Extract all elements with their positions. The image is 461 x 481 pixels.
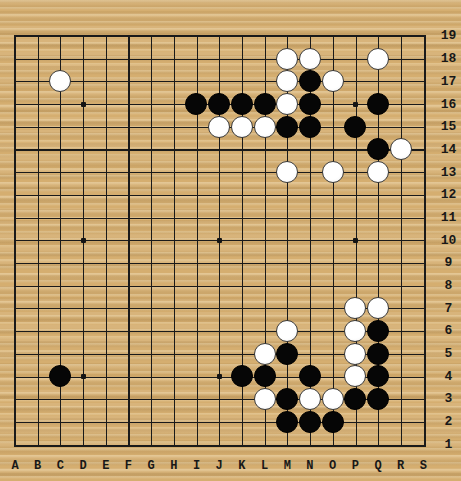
row-label-9: 9 — [436, 252, 461, 275]
black-stone-N2[interactable] — [299, 411, 321, 433]
row-label-18: 18 — [436, 47, 461, 70]
black-stone-M5[interactable] — [276, 343, 298, 365]
black-stone-N17[interactable] — [299, 70, 321, 92]
black-stone-J16[interactable] — [208, 93, 230, 115]
column-label-B: B — [26, 455, 49, 477]
column-label-Q: Q — [367, 455, 390, 477]
row-label-14: 14 — [436, 138, 461, 161]
black-stone-K4[interactable] — [231, 365, 253, 387]
white-stone-K15[interactable] — [231, 116, 253, 138]
black-stone-P3[interactable] — [344, 388, 366, 410]
row-label-19: 19 — [436, 25, 461, 48]
black-stone-Q14[interactable] — [367, 138, 389, 160]
black-stone-O2[interactable] — [322, 411, 344, 433]
column-label-D: D — [72, 455, 95, 477]
white-stone-M16[interactable] — [276, 93, 298, 115]
column-label-H: H — [162, 455, 185, 477]
column-label-J: J — [208, 455, 231, 477]
row-label-6: 6 — [436, 320, 461, 343]
column-label-N: N — [299, 455, 322, 477]
column-label-S: S — [412, 455, 435, 477]
black-stone-M2[interactable] — [276, 411, 298, 433]
column-label-O: O — [321, 455, 344, 477]
white-stone-R14[interactable] — [390, 138, 412, 160]
white-stone-O13[interactable] — [322, 161, 344, 183]
white-stone-O17[interactable] — [322, 70, 344, 92]
row-label-13: 13 — [436, 161, 461, 184]
go-board[interactable] — [4, 25, 435, 456]
row-label-3: 3 — [436, 388, 461, 411]
row-label-8: 8 — [436, 274, 461, 297]
column-label-A: A — [4, 455, 27, 477]
black-stone-P15[interactable] — [344, 116, 366, 138]
white-stone-C17[interactable] — [49, 70, 71, 92]
row-label-12: 12 — [436, 183, 461, 206]
white-stone-N18[interactable] — [299, 48, 321, 70]
black-stone-L16[interactable] — [254, 93, 276, 115]
row-labels: 19181716151413121110987654321 — [436, 25, 461, 456]
row-label-10: 10 — [436, 229, 461, 252]
black-stone-N15[interactable] — [299, 116, 321, 138]
row-label-17: 17 — [436, 70, 461, 93]
white-stone-M6[interactable] — [276, 320, 298, 342]
black-stone-N4[interactable] — [299, 365, 321, 387]
column-label-L: L — [253, 455, 276, 477]
black-stone-N16[interactable] — [299, 93, 321, 115]
row-label-16: 16 — [436, 93, 461, 116]
white-stone-M18[interactable] — [276, 48, 298, 70]
row-label-7: 7 — [436, 297, 461, 320]
column-label-F: F — [117, 455, 140, 477]
black-stone-C4[interactable] — [49, 365, 71, 387]
column-label-C: C — [49, 455, 72, 477]
white-stone-J15[interactable] — [208, 116, 230, 138]
white-stone-L15[interactable] — [254, 116, 276, 138]
row-label-2: 2 — [436, 410, 461, 433]
black-stone-M15[interactable] — [276, 116, 298, 138]
white-stone-M17[interactable] — [276, 70, 298, 92]
column-labels: ABCDEFGHIJKLMNOPQRS — [4, 455, 435, 477]
column-label-G: G — [140, 455, 163, 477]
black-stone-K16[interactable] — [231, 93, 253, 115]
white-stone-Q18[interactable] — [367, 48, 389, 70]
go-board-screen: ABCDEFGHIJKLMNOPQRS 19181716151413121110… — [0, 0, 461, 481]
white-stone-L3[interactable] — [254, 388, 276, 410]
white-stone-M13[interactable] — [276, 161, 298, 183]
row-label-4: 4 — [436, 365, 461, 388]
row-label-1: 1 — [436, 433, 461, 456]
column-label-K: K — [231, 455, 254, 477]
black-stone-M3[interactable] — [276, 388, 298, 410]
column-label-P: P — [344, 455, 367, 477]
column-label-I: I — [185, 455, 208, 477]
black-stone-Q4[interactable] — [367, 365, 389, 387]
black-stone-Q16[interactable] — [367, 93, 389, 115]
black-stone-Q6[interactable] — [367, 320, 389, 342]
white-stone-P5[interactable] — [344, 343, 366, 365]
black-stone-L4[interactable] — [254, 365, 276, 387]
black-stone-Q5[interactable] — [367, 343, 389, 365]
white-stone-P7[interactable] — [344, 297, 366, 319]
row-label-11: 11 — [436, 206, 461, 229]
white-stone-L5[interactable] — [254, 343, 276, 365]
white-stone-Q7[interactable] — [367, 297, 389, 319]
black-stone-Q3[interactable] — [367, 388, 389, 410]
white-stone-P6[interactable] — [344, 320, 366, 342]
white-stone-Q13[interactable] — [367, 161, 389, 183]
column-label-M: M — [276, 455, 299, 477]
row-label-5: 5 — [436, 342, 461, 365]
black-stone-I16[interactable] — [185, 93, 207, 115]
column-label-E: E — [94, 455, 117, 477]
white-stone-N3[interactable] — [299, 388, 321, 410]
column-label-R: R — [389, 455, 412, 477]
row-label-15: 15 — [436, 115, 461, 138]
white-stone-P4[interactable] — [344, 365, 366, 387]
white-stone-O3[interactable] — [322, 388, 344, 410]
